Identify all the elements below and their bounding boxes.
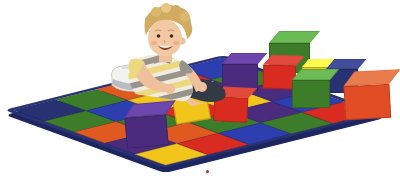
navy-block-front-face <box>326 69 358 93</box>
right-hand <box>197 82 207 92</box>
green-block-back-top-face <box>269 31 320 43</box>
orange-block-right-top-face <box>344 69 400 86</box>
product-photo-scene <box>0 0 400 179</box>
head <box>145 3 193 62</box>
green-block-back <box>269 31 310 73</box>
navy-block <box>326 59 358 93</box>
yellow-block-small <box>302 59 330 88</box>
left-hand <box>165 84 175 94</box>
hair-curl <box>145 16 153 24</box>
navy-block-top-face <box>326 59 366 69</box>
toddler <box>100 0 240 140</box>
hair-curl <box>171 5 181 15</box>
hair-curl <box>180 12 190 22</box>
green-block-front-top-face <box>292 69 339 80</box>
hair-curl <box>161 3 171 13</box>
face <box>148 20 182 57</box>
green-block-back-front-face <box>269 43 310 73</box>
red-block-middle-top-face <box>263 55 305 66</box>
hair-curl <box>151 7 161 17</box>
stray-red-dot <box>206 170 209 173</box>
yellow-block-small-top-face <box>302 59 337 67</box>
